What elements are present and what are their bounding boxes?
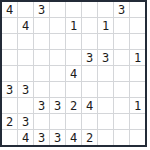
cell-r3c8[interactable] [114, 34, 129, 49]
cell-r9c7[interactable] [98, 130, 113, 145]
cell-r6c8[interactable] [114, 82, 129, 97]
cell-r8c5[interactable] [66, 114, 81, 129]
cell-r8c6[interactable] [82, 114, 97, 129]
cell-r4c7-clue: 3 [98, 50, 113, 65]
cell-r6c4[interactable] [50, 82, 65, 97]
cell-r2c1[interactable] [2, 18, 17, 33]
cell-r5c9[interactable] [130, 66, 145, 81]
cell-r1c8-clue: 3 [114, 2, 129, 17]
cell-r4c5[interactable] [66, 50, 81, 65]
cell-r3c3[interactable] [34, 34, 49, 49]
cell-r1c7[interactable] [98, 2, 113, 17]
cell-r1c1-clue: 4 [2, 2, 17, 17]
cell-r9c2-clue: 4 [18, 130, 33, 145]
cell-r7c2[interactable] [18, 98, 33, 113]
cell-r2c8[interactable] [114, 18, 129, 33]
cell-r4c4[interactable] [50, 50, 65, 65]
cell-r5c8[interactable] [114, 66, 129, 81]
cell-r5c7[interactable] [98, 66, 113, 81]
cell-r1c4[interactable] [50, 2, 65, 17]
cell-r2c4[interactable] [50, 18, 65, 33]
cell-r2c5-clue: 1 [66, 18, 81, 33]
cell-r8c3[interactable] [34, 114, 49, 129]
cell-r3c7[interactable] [98, 34, 113, 49]
cell-r9c9[interactable] [130, 130, 145, 145]
cell-r7c9-clue: 1 [130, 98, 145, 113]
cell-r1c2[interactable] [18, 2, 33, 17]
cell-r3c2[interactable] [18, 34, 33, 49]
cell-r5c1[interactable] [2, 66, 17, 81]
cell-r3c6[interactable] [82, 34, 97, 49]
cell-r6c2-clue: 3 [18, 82, 33, 97]
cell-r4c1[interactable] [2, 50, 17, 65]
cell-r2c3[interactable] [34, 18, 49, 33]
cell-r2c7-clue: 1 [98, 18, 113, 33]
cell-r6c7[interactable] [98, 82, 113, 97]
cell-r4c8[interactable] [114, 50, 129, 65]
cell-r4c3[interactable] [34, 50, 49, 65]
cell-r5c4[interactable] [50, 66, 65, 81]
cell-r4c9-clue: 1 [130, 50, 145, 65]
cell-r9c6-clue: 2 [82, 130, 97, 145]
cell-r7c8[interactable] [114, 98, 129, 113]
cell-r8c1-clue: 2 [2, 114, 17, 129]
cell-r9c8[interactable] [114, 130, 129, 145]
cell-r7c1[interactable] [2, 98, 17, 113]
puzzle-board: 433411331433332412343342 [0, 0, 147, 147]
cell-r9c4-clue: 3 [50, 130, 65, 145]
cell-r6c1-clue: 3 [2, 82, 17, 97]
cell-r5c5-clue: 4 [66, 66, 81, 81]
cell-r7c6-clue: 4 [82, 98, 97, 113]
cell-r4c6-clue: 3 [82, 50, 97, 65]
cell-r6c5[interactable] [66, 82, 81, 97]
cell-r8c8[interactable] [114, 114, 129, 129]
cell-r3c9[interactable] [130, 34, 145, 49]
cell-r8c4[interactable] [50, 114, 65, 129]
cell-r3c4[interactable] [50, 34, 65, 49]
cell-r3c5[interactable] [66, 34, 81, 49]
cell-r6c6[interactable] [82, 82, 97, 97]
cell-r2c6[interactable] [82, 18, 97, 33]
cell-r8c7[interactable] [98, 114, 113, 129]
cell-r1c6[interactable] [82, 2, 97, 17]
cell-r7c4-clue: 3 [50, 98, 65, 113]
cell-r5c2[interactable] [18, 66, 33, 81]
cell-r8c2-clue: 3 [18, 114, 33, 129]
cell-r2c2-clue: 4 [18, 18, 33, 33]
cell-r6c9[interactable] [130, 82, 145, 97]
cell-r5c3[interactable] [34, 66, 49, 81]
cell-r7c5-clue: 2 [66, 98, 81, 113]
cell-r2c9[interactable] [130, 18, 145, 33]
cell-r5c6[interactable] [82, 66, 97, 81]
cell-r8c9[interactable] [130, 114, 145, 129]
cell-r3c1[interactable] [2, 34, 17, 49]
cell-r9c1[interactable] [2, 130, 17, 145]
cell-r6c3[interactable] [34, 82, 49, 97]
cell-r1c5[interactable] [66, 2, 81, 17]
cell-r4c2[interactable] [18, 50, 33, 65]
cell-r7c3-clue: 3 [34, 98, 49, 113]
cell-r7c7[interactable] [98, 98, 113, 113]
cell-r1c3-clue: 3 [34, 2, 49, 17]
cell-r1c9[interactable] [130, 2, 145, 17]
cell-r9c3-clue: 3 [34, 130, 49, 145]
cell-r9c5-clue: 4 [66, 130, 81, 145]
